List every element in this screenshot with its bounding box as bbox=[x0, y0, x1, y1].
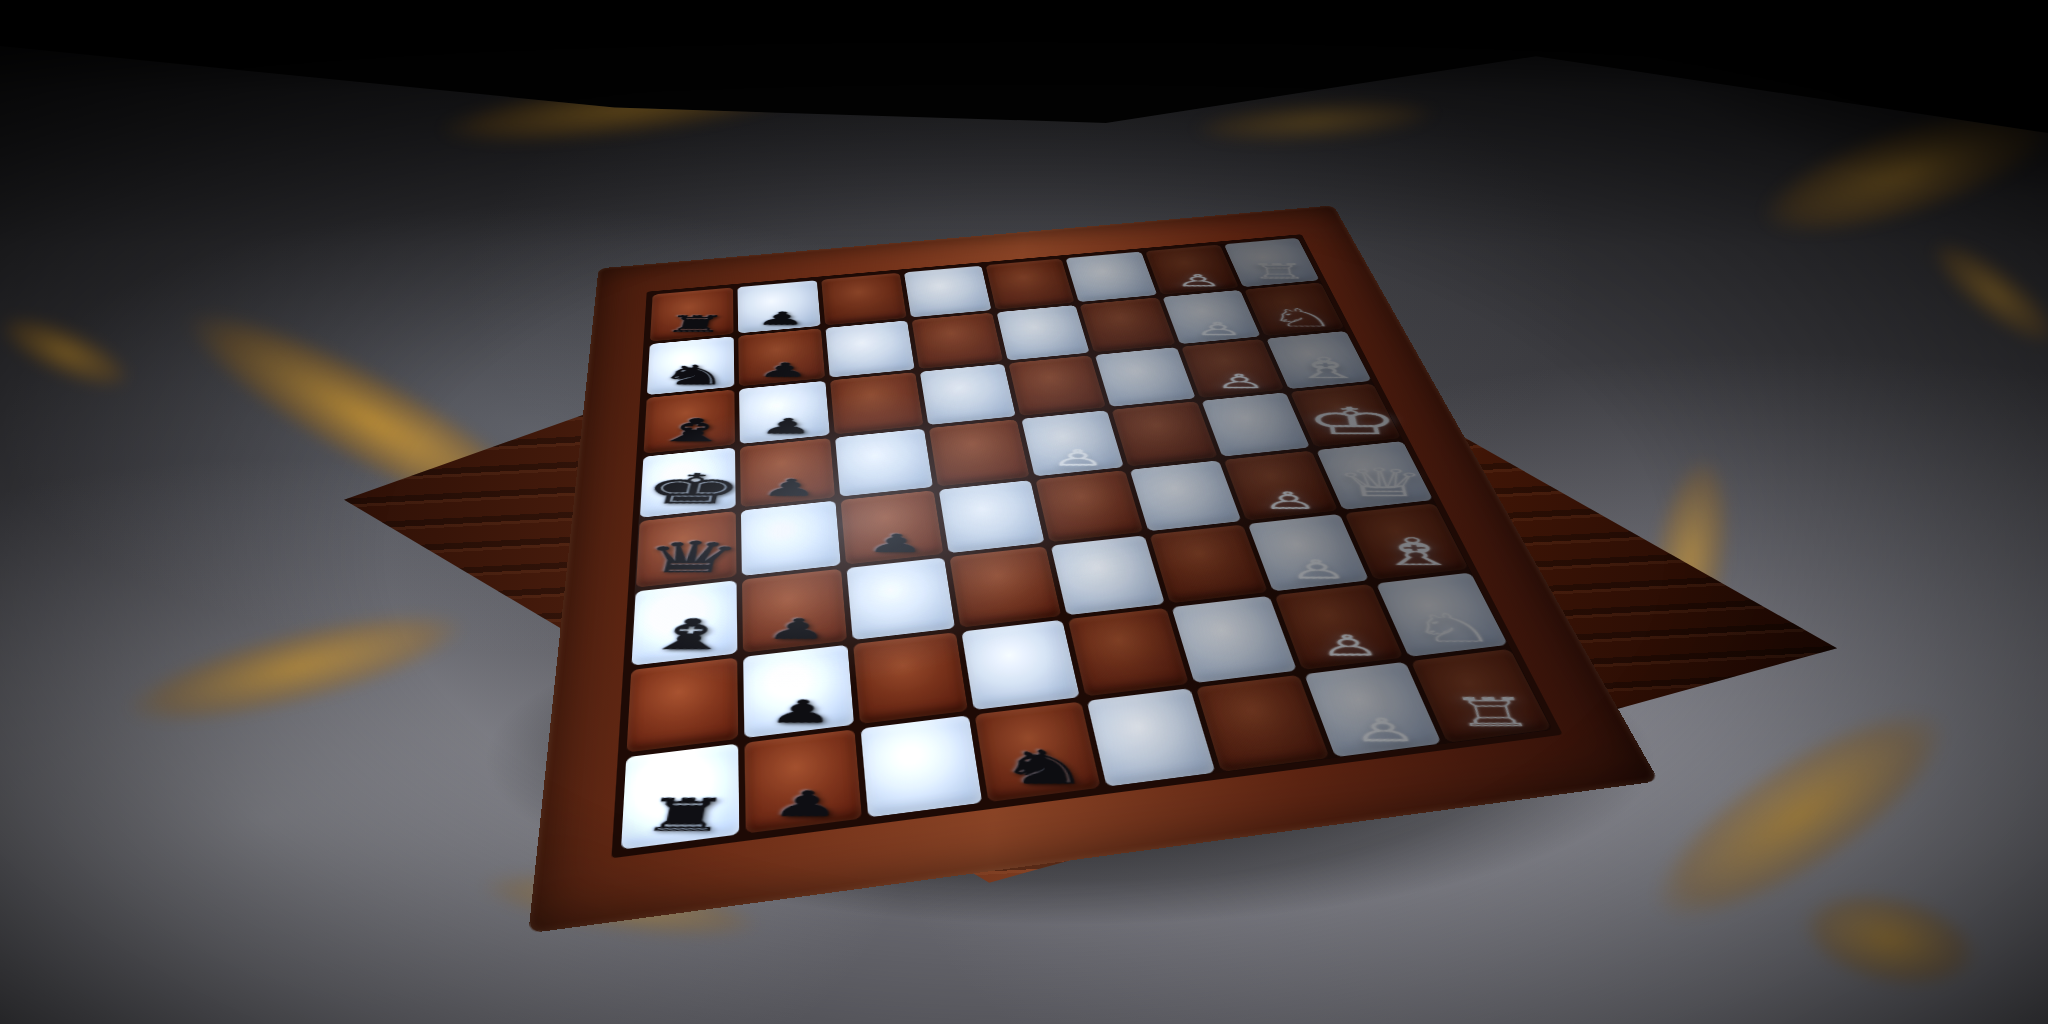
black-pawn-g7[interactable]: ♟ bbox=[756, 360, 811, 379]
square-h5[interactable] bbox=[904, 266, 992, 318]
square-g5[interactable] bbox=[911, 313, 1003, 369]
square-a6[interactable] bbox=[860, 715, 982, 817]
square-e1[interactable]: ♔ bbox=[1290, 383, 1401, 446]
board-frame: ♜♟♙♖♞♟♙♘♝♟♙♗♚♟♙♔♛♟♙♕♝♟♙♗♟♙♘♜♟♞♙♖ bbox=[528, 205, 1659, 933]
square-e2[interactable] bbox=[1202, 392, 1310, 456]
square-b6[interactable] bbox=[853, 632, 968, 724]
square-h6[interactable] bbox=[821, 273, 906, 325]
black-pawn-a7[interactable]: ♟ bbox=[769, 787, 843, 822]
square-h7[interactable]: ♟ bbox=[737, 280, 820, 333]
square-f7[interactable]: ♟ bbox=[739, 381, 830, 444]
black-pawn-f7[interactable]: ♟ bbox=[758, 416, 816, 437]
white-pawn-g2[interactable]: ♙ bbox=[1193, 320, 1245, 338]
white-pawn-b2[interactable]: ♙ bbox=[1315, 631, 1383, 660]
white-knight-g1[interactable]: ♘ bbox=[1265, 305, 1338, 330]
black-pawn-b7[interactable]: ♟ bbox=[766, 696, 836, 728]
square-f8[interactable]: ♝ bbox=[644, 389, 735, 453]
square-a7[interactable]: ♟ bbox=[744, 729, 861, 833]
square-e4[interactable]: ♙ bbox=[1021, 410, 1124, 476]
square-h8[interactable]: ♜ bbox=[650, 288, 734, 342]
white-knight-b1[interactable]: ♘ bbox=[1404, 608, 1500, 647]
black-queen-d8[interactable]: ♛ bbox=[636, 536, 745, 579]
square-g8[interactable]: ♞ bbox=[647, 336, 734, 395]
black-pawn-d6[interactable]: ♟ bbox=[865, 531, 926, 556]
square-f4[interactable] bbox=[1008, 355, 1106, 415]
square-a4[interactable] bbox=[1086, 688, 1216, 787]
square-c8[interactable]: ♝ bbox=[631, 581, 737, 666]
white-king-e1[interactable]: ♔ bbox=[1301, 402, 1404, 439]
white-pawn-d2[interactable]: ♙ bbox=[1259, 489, 1320, 513]
board-grid[interactable]: ♜♟♙♖♞♟♙♘♝♟♙♗♚♟♙♔♛♟♙♕♝♟♙♗♟♙♘♜♟♞♙♖ bbox=[611, 234, 1562, 858]
square-b8[interactable] bbox=[627, 658, 739, 753]
square-h2[interactable]: ♙ bbox=[1145, 245, 1239, 295]
white-pawn-f2[interactable]: ♙ bbox=[1213, 371, 1268, 391]
square-e8[interactable]: ♚ bbox=[640, 447, 736, 517]
black-bishop-c8[interactable]: ♝ bbox=[638, 614, 740, 656]
square-g7[interactable]: ♟ bbox=[738, 328, 825, 386]
square-c4[interactable] bbox=[1050, 536, 1165, 616]
square-c2[interactable]: ♙ bbox=[1248, 514, 1369, 591]
square-c5[interactable] bbox=[949, 547, 1061, 628]
square-e6[interactable] bbox=[835, 428, 933, 496]
white-queen-d1[interactable]: ♕ bbox=[1331, 464, 1434, 503]
black-bishop-f8[interactable]: ♝ bbox=[649, 415, 737, 447]
square-g3[interactable] bbox=[1080, 297, 1176, 352]
square-f5[interactable] bbox=[919, 364, 1015, 425]
square-g2[interactable]: ♙ bbox=[1163, 290, 1261, 344]
white-rook-h1[interactable]: ♖ bbox=[1247, 261, 1311, 282]
square-b3[interactable] bbox=[1172, 596, 1297, 683]
white-pawn-c2[interactable]: ♙ bbox=[1286, 557, 1350, 583]
square-f2[interactable]: ♙ bbox=[1181, 339, 1284, 398]
square-a3[interactable] bbox=[1196, 675, 1330, 772]
square-f3[interactable] bbox=[1095, 347, 1196, 407]
black-rook-a8[interactable]: ♜ bbox=[636, 793, 733, 838]
square-e7[interactable]: ♟ bbox=[740, 438, 835, 507]
square-c7[interactable]: ♟ bbox=[742, 569, 847, 653]
square-f1[interactable]: ♗ bbox=[1266, 331, 1371, 389]
square-d7[interactable] bbox=[741, 500, 841, 576]
square-a5[interactable]: ♞ bbox=[974, 702, 1100, 802]
square-b7[interactable]: ♟ bbox=[743, 645, 854, 738]
square-g6[interactable] bbox=[825, 320, 914, 377]
black-pawn-c7[interactable]: ♟ bbox=[764, 615, 830, 643]
white-rook-a1[interactable]: ♖ bbox=[1446, 693, 1539, 733]
square-d4[interactable] bbox=[1035, 470, 1144, 543]
square-h1[interactable]: ♖ bbox=[1224, 238, 1320, 287]
square-h3[interactable] bbox=[1066, 252, 1158, 303]
chess-scene: ♜♟♙♖♞♟♙♘♝♟♙♗♚♟♙♔♛♟♙♕♝♟♙♗♟♙♘♜♟♞♙♖ bbox=[0, 0, 2048, 1024]
black-king-e8[interactable]: ♚ bbox=[638, 468, 748, 509]
square-e3[interactable] bbox=[1112, 401, 1218, 466]
white-pawn-h2[interactable]: ♙ bbox=[1174, 272, 1224, 289]
black-pawn-h7[interactable]: ♟ bbox=[755, 310, 808, 328]
board-perspective-space: ♜♟♙♖♞♟♙♘♝♟♙♗♚♟♙♔♛♟♙♕♝♟♙♗♟♙♘♜♟♞♙♖ bbox=[0, 0, 2048, 1024]
square-d1[interactable]: ♕ bbox=[1316, 441, 1433, 510]
white-bishop-c1[interactable]: ♗ bbox=[1368, 533, 1465, 571]
black-pawn-e7[interactable]: ♟ bbox=[760, 476, 820, 499]
black-rook-h8[interactable]: ♜ bbox=[661, 313, 730, 336]
white-bishop-f1[interactable]: ♗ bbox=[1285, 354, 1367, 383]
square-f6[interactable] bbox=[830, 372, 923, 434]
white-pawn-e4[interactable]: ♙ bbox=[1051, 447, 1106, 469]
black-knight-a5[interactable]: ♞ bbox=[996, 744, 1091, 791]
square-d3[interactable] bbox=[1130, 460, 1242, 531]
square-a8[interactable]: ♜ bbox=[621, 744, 739, 850]
white-pawn-a2[interactable]: ♙ bbox=[1348, 714, 1421, 746]
square-g4[interactable] bbox=[996, 305, 1090, 361]
square-g1[interactable]: ♘ bbox=[1244, 282, 1344, 335]
square-b4[interactable] bbox=[1067, 608, 1189, 697]
square-d8[interactable]: ♛ bbox=[636, 511, 736, 588]
chess-board: ♜♟♙♖♞♟♙♘♝♟♙♗♚♟♙♔♛♟♙♕♝♟♙♗♟♙♘♜♟♞♙♖ bbox=[528, 205, 1659, 933]
square-d5[interactable] bbox=[938, 480, 1044, 554]
square-b5[interactable] bbox=[961, 620, 1079, 710]
square-c3[interactable] bbox=[1150, 525, 1268, 604]
square-h4[interactable] bbox=[985, 259, 1075, 310]
square-e5[interactable] bbox=[928, 419, 1029, 486]
black-knight-g8[interactable]: ♞ bbox=[655, 361, 734, 388]
square-c6[interactable] bbox=[846, 558, 955, 641]
square-d6[interactable]: ♟ bbox=[840, 490, 943, 565]
